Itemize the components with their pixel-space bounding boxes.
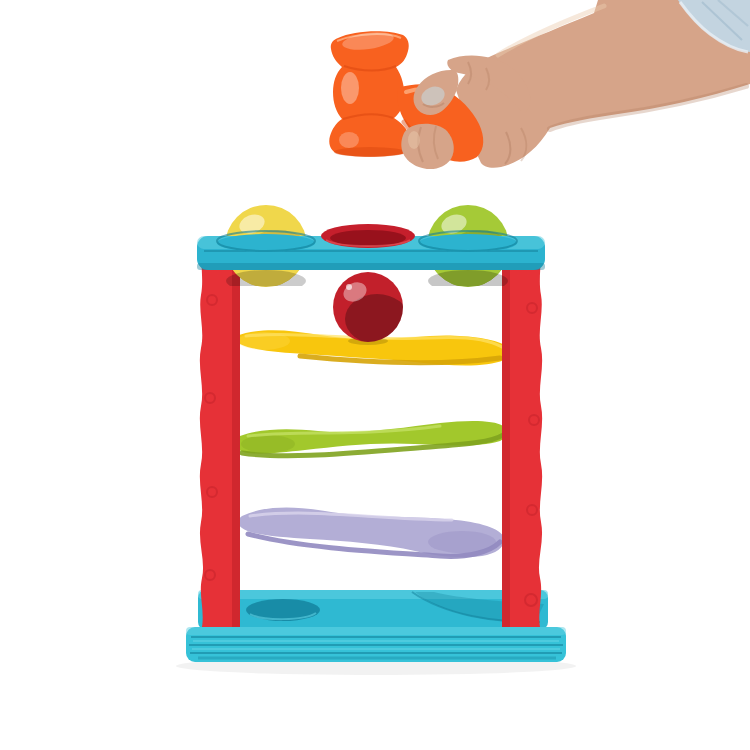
- base-plinth: [186, 627, 566, 662]
- product-photo: [0, 0, 750, 750]
- base-tray: [198, 590, 548, 630]
- left-pillar: [200, 250, 240, 632]
- green-spoon-bowl: [241, 435, 295, 453]
- right-pillar: [502, 250, 542, 632]
- scene: [0, 0, 750, 750]
- toy-tower: [176, 205, 576, 675]
- hammer-hole: [321, 224, 415, 248]
- green-ball-collar: [419, 234, 517, 252]
- yellow-ball-collar: [217, 234, 315, 252]
- fingertip-highlight: [408, 131, 420, 149]
